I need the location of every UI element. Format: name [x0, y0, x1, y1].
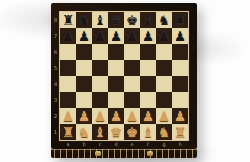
- square-h6[interactable]: [172, 44, 188, 60]
- square-a6[interactable]: [60, 44, 76, 60]
- square-b2[interactable]: ♟: [76, 108, 92, 124]
- square-a2[interactable]: ♟: [60, 108, 76, 124]
- square-c1[interactable]: ♝: [92, 124, 108, 140]
- square-f4[interactable]: [140, 76, 156, 92]
- brass-clasp-icon: [95, 151, 101, 156]
- piece-black-knight[interactable]: ♞: [156, 12, 172, 28]
- square-c2[interactable]: ♟: [92, 108, 108, 124]
- square-a1[interactable]: ♜: [60, 124, 76, 140]
- square-b5[interactable]: [76, 60, 92, 76]
- square-h8[interactable]: ♜: [172, 12, 188, 28]
- piece-white-pawn[interactable]: ♟: [108, 108, 124, 124]
- piece-white-pawn[interactable]: ♟: [76, 108, 92, 124]
- piece-black-pawn[interactable]: ♟: [60, 28, 76, 44]
- rank-label-3: 3: [51, 92, 60, 108]
- piece-white-rook[interactable]: ♜: [172, 124, 188, 140]
- piece-white-bishop[interactable]: ♝: [140, 124, 156, 140]
- square-f8[interactable]: ♝: [140, 12, 156, 28]
- rank-label-6: 6: [51, 44, 60, 60]
- square-f5[interactable]: [140, 60, 156, 76]
- rank-label-8: 8: [51, 12, 60, 28]
- file-coordinates: abcdefgh: [60, 140, 188, 149]
- board-frame: ♜♞♝♛♚♝♞♜♟♟♟♟♟♟♟♟♟♟♟♟♟♟♟♟♜♞♝♛♚♝♞♜ 8765432…: [51, 3, 197, 149]
- square-d7[interactable]: ♟: [108, 28, 124, 44]
- board-grid: ♜♞♝♛♚♝♞♜♟♟♟♟♟♟♟♟♟♟♟♟♟♟♟♟♜♞♝♛♚♝♞♜: [60, 12, 188, 140]
- file-label-h: h: [172, 140, 188, 149]
- piece-black-rook[interactable]: ♜: [172, 12, 188, 28]
- square-c5[interactable]: [92, 60, 108, 76]
- square-c8[interactable]: ♝: [92, 12, 108, 28]
- square-h7[interactable]: ♟: [172, 28, 188, 44]
- file-label-f: f: [140, 140, 156, 149]
- piece-white-knight[interactable]: ♞: [156, 124, 172, 140]
- rank-label-5: 5: [51, 60, 60, 76]
- rank-label-7: 7: [51, 28, 60, 44]
- piece-black-pawn[interactable]: ♟: [156, 28, 172, 44]
- file-label-d: d: [108, 140, 124, 149]
- square-f3[interactable]: [140, 92, 156, 108]
- square-a4[interactable]: [60, 76, 76, 92]
- box-front-edge: [51, 149, 197, 158]
- piece-black-pawn[interactable]: ♟: [92, 28, 108, 44]
- square-g6[interactable]: [156, 44, 172, 60]
- square-c7[interactable]: ♟: [92, 28, 108, 44]
- square-b6[interactable]: [76, 44, 92, 60]
- square-g4[interactable]: [156, 76, 172, 92]
- square-c6[interactable]: [92, 44, 108, 60]
- square-g2[interactable]: ♟: [156, 108, 172, 124]
- square-e8[interactable]: ♚: [124, 12, 140, 28]
- square-h4[interactable]: [172, 76, 188, 92]
- square-f6[interactable]: [140, 44, 156, 60]
- square-a3[interactable]: [60, 92, 76, 108]
- piece-black-pawn[interactable]: ♟: [140, 28, 156, 44]
- piece-white-pawn[interactable]: ♟: [156, 108, 172, 124]
- square-b1[interactable]: ♞: [76, 124, 92, 140]
- piece-white-queen[interactable]: ♛: [108, 124, 124, 140]
- piece-black-pawn[interactable]: ♟: [124, 28, 140, 44]
- square-a5[interactable]: [60, 60, 76, 76]
- square-f7[interactable]: ♟: [140, 28, 156, 44]
- file-label-c: c: [92, 140, 108, 149]
- piece-black-pawn[interactable]: ♟: [172, 28, 188, 44]
- rank-coordinates: 87654321: [51, 12, 60, 140]
- piece-white-bishop[interactable]: ♝: [92, 124, 108, 140]
- square-c3[interactable]: [92, 92, 108, 108]
- square-b3[interactable]: [76, 92, 92, 108]
- piece-white-rook[interactable]: ♜: [60, 124, 76, 140]
- square-g8[interactable]: ♞: [156, 12, 172, 28]
- square-e3[interactable]: [124, 92, 140, 108]
- piece-white-pawn[interactable]: ♟: [60, 108, 76, 124]
- file-label-e: e: [124, 140, 140, 149]
- square-f1[interactable]: ♝: [140, 124, 156, 140]
- piece-white-pawn[interactable]: ♟: [172, 108, 188, 124]
- square-e6[interactable]: [124, 44, 140, 60]
- square-e5[interactable]: [124, 60, 140, 76]
- piece-black-queen[interactable]: ♛: [108, 12, 124, 28]
- square-b8[interactable]: ♞: [76, 12, 92, 28]
- piece-black-bishop[interactable]: ♝: [92, 12, 108, 28]
- square-d3[interactable]: [108, 92, 124, 108]
- square-b4[interactable]: [76, 76, 92, 92]
- square-g1[interactable]: ♞: [156, 124, 172, 140]
- piece-white-knight[interactable]: ♞: [76, 124, 92, 140]
- square-a8[interactable]: ♜: [60, 12, 76, 28]
- square-e2[interactable]: ♟: [124, 108, 140, 124]
- file-label-g: g: [156, 140, 172, 149]
- file-label-b: b: [76, 140, 92, 149]
- rank-label-4: 4: [51, 76, 60, 92]
- square-h1[interactable]: ♜: [172, 124, 188, 140]
- chess-set-photo: ♜♞♝♛♚♝♞♜♟♟♟♟♟♟♟♟♟♟♟♟♟♟♟♟♜♞♝♛♚♝♞♜ 8765432…: [0, 0, 250, 162]
- file-label-a: a: [60, 140, 76, 149]
- square-c4[interactable]: [92, 76, 108, 92]
- square-d4[interactable]: [108, 76, 124, 92]
- square-f2[interactable]: ♟: [140, 108, 156, 124]
- piece-white-pawn[interactable]: ♟: [140, 108, 156, 124]
- square-d1[interactable]: ♛: [108, 124, 124, 140]
- square-d2[interactable]: ♟: [108, 108, 124, 124]
- square-e4[interactable]: [124, 76, 140, 92]
- piece-black-king[interactable]: ♚: [124, 12, 140, 28]
- piece-white-pawn[interactable]: ♟: [124, 108, 140, 124]
- brass-clasp-icon: [147, 151, 153, 156]
- rank-label-2: 2: [51, 108, 60, 124]
- piece-black-pawn[interactable]: ♟: [76, 28, 92, 44]
- piece-black-pawn[interactable]: ♟: [108, 28, 124, 44]
- square-g5[interactable]: [156, 60, 172, 76]
- square-g3[interactable]: [156, 92, 172, 108]
- piece-white-pawn[interactable]: ♟: [92, 108, 108, 124]
- square-d6[interactable]: [108, 44, 124, 60]
- rank-label-1: 1: [51, 124, 60, 140]
- square-e7[interactable]: ♟: [124, 28, 140, 44]
- square-h3[interactable]: [172, 92, 188, 108]
- square-d5[interactable]: [108, 60, 124, 76]
- piece-black-bishop[interactable]: ♝: [140, 12, 156, 28]
- square-h5[interactable]: [172, 60, 188, 76]
- chess-board: ♜♞♝♛♚♝♞♜♟♟♟♟♟♟♟♟♟♟♟♟♟♟♟♟♜♞♝♛♚♝♞♜ 8765432…: [51, 3, 197, 158]
- square-g7[interactable]: ♟: [156, 28, 172, 44]
- piece-black-rook[interactable]: ♜: [60, 12, 76, 28]
- square-h2[interactable]: ♟: [172, 108, 188, 124]
- square-e1[interactable]: ♚: [124, 124, 140, 140]
- piece-black-knight[interactable]: ♞: [76, 12, 92, 28]
- square-b7[interactable]: ♟: [76, 28, 92, 44]
- square-a7[interactable]: ♟: [60, 28, 76, 44]
- square-d8[interactable]: ♛: [108, 12, 124, 28]
- piece-white-king[interactable]: ♚: [124, 124, 140, 140]
